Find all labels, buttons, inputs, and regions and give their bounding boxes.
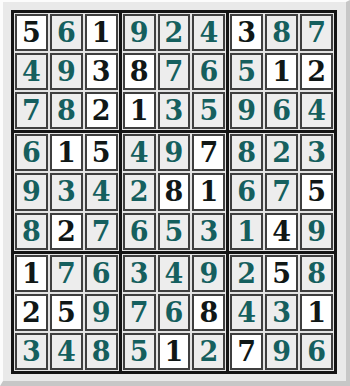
cell-r9c9[interactable]: 6 <box>300 333 333 370</box>
cell-r6c6[interactable]: 3 <box>192 213 225 250</box>
cell-r7c9[interactable]: 8 <box>300 255 333 292</box>
cell-r6c9[interactable]: 9 <box>300 213 333 250</box>
cell-r5c3[interactable]: 4 <box>85 173 118 210</box>
cell-r6c7[interactable]: 1 <box>230 213 263 250</box>
cell-r3c8[interactable]: 6 <box>265 92 298 129</box>
cell-r5c1[interactable]: 9 <box>15 173 48 210</box>
sudoku-widget: 5614937829248761353875129646159348274972… <box>0 0 350 386</box>
cell-r8c3[interactable]: 9 <box>85 294 118 331</box>
cell-r5c4[interactable]: 2 <box>123 173 156 210</box>
cell-r1c2[interactable]: 6 <box>50 14 83 51</box>
cell-r7c2[interactable]: 7 <box>50 255 83 292</box>
cell-r9c3[interactable]: 8 <box>85 333 118 370</box>
cell-r2c5[interactable]: 7 <box>158 53 191 90</box>
box-3-1: 176259348 <box>14 254 119 371</box>
cell-r2c7[interactable]: 5 <box>230 53 263 90</box>
cell-r1c9[interactable]: 7 <box>300 14 333 51</box>
cell-r2c3[interactable]: 3 <box>85 53 118 90</box>
box-3-3: 258431796 <box>229 254 334 371</box>
cell-r6c3[interactable]: 7 <box>85 213 118 250</box>
cell-r3c5[interactable]: 3 <box>158 92 191 129</box>
cell-r6c8[interactable]: 4 <box>265 213 298 250</box>
cell-r3c7[interactable]: 9 <box>230 92 263 129</box>
cell-r9c5[interactable]: 1 <box>158 333 191 370</box>
cell-r5c9[interactable]: 5 <box>300 173 333 210</box>
box-1-2: 924876135 <box>122 13 227 130</box>
cell-r7c6[interactable]: 9 <box>192 255 225 292</box>
cell-r9c1[interactable]: 3 <box>15 333 48 370</box>
cell-r7c4[interactable]: 3 <box>123 255 156 292</box>
cell-r4c8[interactable]: 2 <box>265 134 298 171</box>
cell-r6c4[interactable]: 6 <box>123 213 156 250</box>
cell-r2c9[interactable]: 2 <box>300 53 333 90</box>
cell-r1c4[interactable]: 9 <box>123 14 156 51</box>
cell-r4c2[interactable]: 1 <box>50 134 83 171</box>
cell-r7c7[interactable]: 2 <box>230 255 263 292</box>
cell-r9c6[interactable]: 2 <box>192 333 225 370</box>
cell-r3c9[interactable]: 4 <box>300 92 333 129</box>
cell-r2c2[interactable]: 9 <box>50 53 83 90</box>
cell-r6c5[interactable]: 5 <box>158 213 191 250</box>
cell-r1c8[interactable]: 8 <box>265 14 298 51</box>
cell-r1c5[interactable]: 2 <box>158 14 191 51</box>
cell-r4c4[interactable]: 4 <box>123 134 156 171</box>
cell-r5c8[interactable]: 7 <box>265 173 298 210</box>
cell-r1c7[interactable]: 3 <box>230 14 263 51</box>
cell-r4c3[interactable]: 5 <box>85 134 118 171</box>
box-2-2: 497281653 <box>122 133 227 250</box>
cell-r1c6[interactable]: 4 <box>192 14 225 51</box>
cell-r9c7[interactable]: 7 <box>230 333 263 370</box>
cell-r7c8[interactable]: 5 <box>265 255 298 292</box>
cell-r8c7[interactable]: 4 <box>230 294 263 331</box>
cell-r1c3[interactable]: 1 <box>85 14 118 51</box>
box-1-3: 387512964 <box>229 13 334 130</box>
box-3-2: 349768512 <box>122 254 227 371</box>
cell-r9c4[interactable]: 5 <box>123 333 156 370</box>
box-2-1: 615934827 <box>14 133 119 250</box>
cell-r2c8[interactable]: 1 <box>265 53 298 90</box>
cell-r3c3[interactable]: 2 <box>85 92 118 129</box>
cell-r5c5[interactable]: 8 <box>158 173 191 210</box>
cell-r4c9[interactable]: 3 <box>300 134 333 171</box>
cell-r4c6[interactable]: 7 <box>192 134 225 171</box>
cell-r8c8[interactable]: 3 <box>265 294 298 331</box>
cell-r3c4[interactable]: 1 <box>123 92 156 129</box>
sudoku-board: 5614937829248761353875129646159348274972… <box>11 10 337 374</box>
cell-r1c1[interactable]: 5 <box>15 14 48 51</box>
cell-r7c5[interactable]: 4 <box>158 255 191 292</box>
cell-r7c1[interactable]: 1 <box>15 255 48 292</box>
cell-r3c6[interactable]: 5 <box>192 92 225 129</box>
cell-r9c8[interactable]: 9 <box>265 333 298 370</box>
cell-r3c2[interactable]: 8 <box>50 92 83 129</box>
cell-r8c4[interactable]: 7 <box>123 294 156 331</box>
cell-r5c6[interactable]: 1 <box>192 173 225 210</box>
cell-r7c3[interactable]: 6 <box>85 255 118 292</box>
cell-r3c1[interactable]: 7 <box>15 92 48 129</box>
cell-r2c1[interactable]: 4 <box>15 53 48 90</box>
cell-r8c2[interactable]: 5 <box>50 294 83 331</box>
cell-r6c1[interactable]: 8 <box>15 213 48 250</box>
cell-r5c7[interactable]: 6 <box>230 173 263 210</box>
cell-r2c4[interactable]: 8 <box>123 53 156 90</box>
cell-r4c1[interactable]: 6 <box>15 134 48 171</box>
box-2-3: 823675149 <box>229 133 334 250</box>
box-1-1: 561493782 <box>14 13 119 130</box>
cell-r8c6[interactable]: 8 <box>192 294 225 331</box>
cell-r2c6[interactable]: 6 <box>192 53 225 90</box>
cell-r4c5[interactable]: 9 <box>158 134 191 171</box>
cell-r5c2[interactable]: 3 <box>50 173 83 210</box>
cell-r9c2[interactable]: 4 <box>50 333 83 370</box>
cell-r8c5[interactable]: 6 <box>158 294 191 331</box>
cell-r8c1[interactable]: 2 <box>15 294 48 331</box>
cell-r6c2[interactable]: 2 <box>50 213 83 250</box>
cell-r8c9[interactable]: 1 <box>300 294 333 331</box>
cell-r4c7[interactable]: 8 <box>230 134 263 171</box>
